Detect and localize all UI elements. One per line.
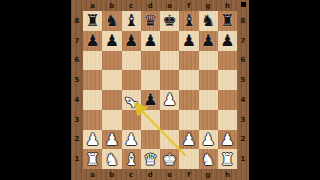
square-c2[interactable]: ♟ (122, 130, 141, 150)
white-pawn: ♟ (162, 90, 176, 109)
square-f5[interactable] (179, 70, 198, 90)
rank-label-3: 3 (237, 110, 249, 130)
black-pawn: ♟ (201, 31, 215, 50)
square-c3[interactable] (122, 110, 141, 130)
square-g1[interactable]: ♞ (199, 149, 218, 169)
square-e1[interactable]: ♚ (160, 149, 179, 169)
square-g8[interactable]: ♞ (199, 11, 218, 31)
board-grid: ♜♞♝♛♚♝♞♜♟♟♟♟♟♟♟♝♟♟♟♟♟♟♟♟♜♞♝♛♚♞♜ (83, 11, 237, 169)
square-a2[interactable]: ♟ (83, 130, 102, 150)
square-d8[interactable]: ♛ (141, 11, 160, 31)
rank-label-4: 4 (71, 90, 83, 110)
square-g4[interactable] (199, 90, 218, 110)
square-e3[interactable] (160, 110, 179, 130)
white-rook: ♜ (220, 150, 234, 169)
file-label-g: g (199, 0, 218, 11)
white-knight: ♞ (201, 150, 215, 169)
white-pawn: ♟ (124, 130, 138, 149)
white-pawn: ♟ (85, 130, 99, 149)
square-c7[interactable]: ♟ (122, 31, 141, 51)
square-g7[interactable]: ♟ (199, 31, 218, 51)
square-b1[interactable]: ♞ (102, 149, 121, 169)
black-pawn: ♟ (220, 31, 234, 50)
file-label-b: b (102, 0, 121, 11)
white-pawn: ♟ (220, 130, 234, 149)
black-pawn: ♟ (143, 31, 157, 50)
file-label-g: g (199, 169, 218, 180)
rank-labels-right: 87654321 (237, 11, 249, 169)
square-h2[interactable]: ♟ (218, 130, 237, 150)
black-pawn: ♟ (105, 31, 119, 50)
square-h4[interactable] (218, 90, 237, 110)
turn-indicator-black (241, 2, 246, 7)
square-g5[interactable] (199, 70, 218, 90)
rank-label-1: 1 (237, 149, 249, 169)
black-rook: ♜ (220, 11, 234, 30)
white-queen: ♛ (143, 150, 157, 169)
file-label-h: h (218, 0, 237, 11)
letterbox-left (0, 0, 71, 180)
square-f1[interactable] (179, 149, 198, 169)
square-a4[interactable] (83, 90, 102, 110)
square-f3[interactable] (179, 110, 198, 130)
white-bishop: ♝ (124, 150, 138, 169)
square-a5[interactable] (83, 70, 102, 90)
letterbox-right (249, 0, 320, 180)
black-knight: ♞ (105, 11, 119, 30)
square-a8[interactable]: ♜ (83, 11, 102, 31)
square-a3[interactable] (83, 110, 102, 130)
rank-label-5: 5 (71, 70, 83, 90)
square-e6[interactable] (160, 51, 179, 71)
square-c6[interactable] (122, 51, 141, 71)
square-d3[interactable] (141, 110, 160, 130)
square-h5[interactable] (218, 70, 237, 90)
square-e4[interactable]: ♟ (160, 90, 179, 110)
square-a6[interactable] (83, 51, 102, 71)
white-rook: ♜ (85, 150, 99, 169)
black-knight: ♞ (201, 11, 215, 30)
rank-label-5: 5 (237, 70, 249, 90)
rank-label-7: 7 (71, 31, 83, 51)
square-f6[interactable] (179, 51, 198, 71)
rank-label-8: 8 (237, 11, 249, 31)
file-label-c: c (122, 0, 141, 11)
square-g6[interactable] (199, 51, 218, 71)
rank-label-1: 1 (71, 149, 83, 169)
file-label-d: d (141, 169, 160, 180)
white-pawn: ♟ (105, 130, 119, 149)
square-h6[interactable] (218, 51, 237, 71)
rank-label-6: 6 (237, 51, 249, 71)
white-knight: ♞ (105, 150, 119, 169)
square-h1[interactable]: ♜ (218, 149, 237, 169)
square-d4[interactable]: ♟ (141, 90, 160, 110)
square-a1[interactable]: ♜ (83, 149, 102, 169)
square-b8[interactable]: ♞ (102, 11, 121, 31)
black-pawn: ♟ (124, 31, 138, 50)
black-pawn: ♟ (182, 31, 196, 50)
file-label-h: h (218, 169, 237, 180)
file-label-a: a (83, 0, 102, 11)
square-c1[interactable]: ♝ (122, 149, 141, 169)
rank-label-4: 4 (237, 90, 249, 110)
square-b5[interactable] (102, 70, 121, 90)
rank-label-6: 6 (71, 51, 83, 71)
rank-labels-left: 87654321 (71, 11, 83, 169)
square-h8[interactable]: ♜ (218, 11, 237, 31)
file-label-d: d (141, 0, 160, 11)
square-d1[interactable]: ♛ (141, 149, 160, 169)
rank-label-3: 3 (71, 110, 83, 130)
rank-label-2: 2 (71, 130, 83, 150)
file-label-f: f (179, 169, 198, 180)
square-f2[interactable]: ♟ (179, 130, 198, 150)
file-label-f: f (179, 0, 198, 11)
black-rook: ♜ (85, 11, 99, 30)
rank-label-7: 7 (237, 31, 249, 51)
square-c4[interactable]: ♝ (122, 90, 141, 110)
square-d5[interactable] (141, 70, 160, 90)
square-d7[interactable]: ♟ (141, 31, 160, 51)
square-c8[interactable]: ♝ (122, 11, 141, 31)
black-pawn: ♟ (85, 31, 99, 50)
square-c5[interactable] (122, 70, 141, 90)
square-e8[interactable]: ♚ (160, 11, 179, 31)
square-f7[interactable]: ♟ (179, 31, 198, 51)
file-label-e: e (160, 169, 179, 180)
square-d6[interactable] (141, 51, 160, 71)
video-frame: abcdefgh abcdefgh 87654321 87654321 ♜♞♝♛… (0, 0, 320, 180)
square-g3[interactable] (199, 110, 218, 130)
square-f8[interactable]: ♝ (179, 11, 198, 31)
square-h3[interactable] (218, 110, 237, 130)
white-king: ♚ (162, 150, 176, 169)
square-d2[interactable] (141, 130, 160, 150)
white-pawn: ♟ (201, 130, 215, 149)
square-f4[interactable] (179, 90, 198, 110)
chess-board: abcdefgh abcdefgh 87654321 87654321 ♜♞♝♛… (71, 0, 249, 180)
square-b3[interactable] (102, 110, 121, 130)
file-labels-bottom: abcdefgh (83, 169, 237, 180)
file-label-a: a (83, 169, 102, 180)
file-label-b: b (102, 169, 121, 180)
black-bishop: ♝ (124, 11, 138, 30)
black-bishop: ♝ (182, 11, 196, 30)
square-e7[interactable] (160, 31, 179, 51)
rank-label-2: 2 (237, 130, 249, 150)
square-g2[interactable]: ♟ (199, 130, 218, 150)
file-label-e: e (160, 0, 179, 11)
file-labels-top: abcdefgh (83, 0, 237, 11)
black-pawn: ♟ (143, 90, 157, 109)
file-label-c: c (122, 169, 141, 180)
square-b6[interactable] (102, 51, 121, 71)
square-b2[interactable]: ♟ (102, 130, 121, 150)
black-king: ♚ (162, 11, 176, 30)
square-e2[interactable] (160, 130, 179, 150)
black-queen: ♛ (143, 11, 157, 30)
square-b7[interactable]: ♟ (102, 31, 121, 51)
square-h7[interactable]: ♟ (218, 31, 237, 51)
square-e5[interactable] (160, 70, 179, 90)
square-a7[interactable]: ♟ (83, 31, 102, 51)
rank-label-8: 8 (71, 11, 83, 31)
white-pawn: ♟ (182, 130, 196, 149)
